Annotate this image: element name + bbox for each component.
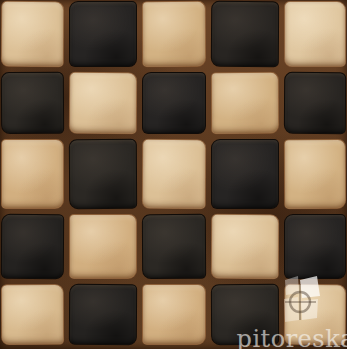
tile-r2c1-dark (1, 72, 64, 134)
tile-r1c2-dark (69, 1, 137, 67)
tile-r2c4-light (211, 72, 279, 134)
tile-r5c1-light (1, 284, 64, 345)
tile-r4c2-light (69, 214, 137, 279)
tile-panel-photo: pitoreska (0, 0, 347, 349)
tile-r3c1-light (1, 139, 64, 209)
tile-r1c3-light (142, 1, 206, 67)
tile-r2c5-dark (284, 72, 346, 134)
tile-r1c5-light (284, 1, 346, 67)
tile-r4c1-dark (1, 214, 64, 279)
tile-r3c2-dark (69, 139, 137, 209)
tile-r4c4-light (211, 214, 279, 279)
tile-r1c4-dark (211, 1, 279, 67)
watermark-text: pitoreska (237, 325, 347, 349)
tile-r3c3-light (142, 139, 206, 209)
tile-r5c3-light (142, 284, 206, 345)
pitoreska-logo-icon (283, 274, 321, 324)
tile-r5c2-dark (69, 284, 137, 345)
tile-r3c4-dark (211, 139, 279, 209)
tile-r4c3-dark (142, 214, 206, 279)
tile-r1c1-light (1, 1, 64, 67)
tile-r2c3-dark (142, 72, 206, 134)
tile-r4c5-dark (284, 214, 346, 279)
tile-r3c5-light (284, 139, 346, 209)
tile-r2c2-light (69, 72, 137, 134)
